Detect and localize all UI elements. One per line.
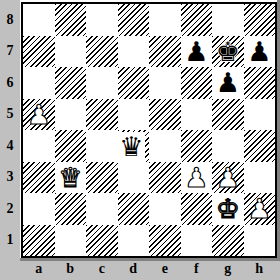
square-a7[interactable] — [23, 36, 55, 68]
square-c6[interactable] — [86, 67, 118, 99]
square-g7[interactable]: ♚ — [212, 36, 244, 68]
square-c8[interactable] — [86, 4, 118, 36]
chess-board: ♟♚♟♟♟♛♛♟♟♚♟ — [23, 4, 275, 256]
piece-black-pawn-f7[interactable]: ♟ — [182, 36, 210, 66]
board-frame: ♟♚♟♟♟♛♛♟♟♚♟ — [20, 0, 280, 261]
file-label-d: d — [118, 259, 150, 279]
square-g1[interactable] — [212, 225, 244, 257]
rank-label-1: 1 — [0, 225, 20, 257]
square-b1[interactable] — [55, 225, 87, 257]
square-b8[interactable] — [55, 4, 87, 36]
square-b4[interactable] — [55, 130, 87, 162]
rank-label-2: 2 — [0, 193, 20, 225]
square-a1[interactable] — [23, 225, 55, 257]
rank-label-7: 7 — [0, 36, 20, 68]
file-label-b: b — [55, 259, 87, 279]
file-label-h: h — [244, 259, 276, 279]
file-label-a: a — [23, 259, 55, 279]
square-e3[interactable] — [149, 162, 181, 194]
square-h2[interactable]: ♟ — [244, 193, 276, 225]
piece-white-pawn-f3[interactable]: ♟ — [182, 162, 210, 192]
square-d8[interactable] — [118, 4, 150, 36]
square-a4[interactable] — [23, 130, 55, 162]
piece-black-pawn-h7[interactable]: ♟ — [245, 36, 273, 66]
square-b2[interactable] — [55, 193, 87, 225]
square-d7[interactable] — [118, 36, 150, 68]
square-b5[interactable] — [55, 99, 87, 131]
square-f5[interactable] — [181, 99, 213, 131]
square-f7[interactable]: ♟ — [181, 36, 213, 68]
square-a2[interactable] — [23, 193, 55, 225]
square-f3[interactable]: ♟ — [181, 162, 213, 194]
square-e1[interactable] — [149, 225, 181, 257]
piece-black-queen-d4[interactable]: ♛ — [117, 132, 145, 162]
square-h5[interactable] — [244, 99, 276, 131]
square-a5[interactable]: ♟ — [23, 99, 55, 131]
square-e6[interactable] — [149, 67, 181, 99]
square-g5[interactable] — [212, 99, 244, 131]
square-g2[interactable]: ♚ — [212, 193, 244, 225]
square-c1[interactable] — [86, 225, 118, 257]
square-e4[interactable] — [149, 130, 181, 162]
square-b7[interactable] — [55, 36, 87, 68]
board-frame-highlight: ♟♚♟♟♟♛♛♟♟♚♟ — [20, 0, 277, 258]
square-h8[interactable] — [244, 4, 276, 36]
square-f8[interactable] — [181, 4, 213, 36]
square-e7[interactable] — [149, 36, 181, 68]
square-g8[interactable] — [212, 4, 244, 36]
piece-white-pawn-a5[interactable]: ♟ — [25, 99, 53, 129]
piece-white-pawn-g3[interactable]: ♟ — [214, 162, 242, 192]
square-c5[interactable] — [86, 99, 118, 131]
square-h3[interactable] — [244, 162, 276, 194]
square-h4[interactable] — [244, 130, 276, 162]
square-h6[interactable] — [244, 67, 276, 99]
rank-label-6: 6 — [0, 67, 20, 99]
square-g3[interactable]: ♟ — [212, 162, 244, 194]
square-f4[interactable] — [181, 130, 213, 162]
square-c7[interactable] — [86, 36, 118, 68]
square-c4[interactable] — [86, 130, 118, 162]
square-f1[interactable] — [181, 225, 213, 257]
square-f2[interactable] — [181, 193, 213, 225]
rank-label-4: 4 — [0, 130, 20, 162]
piece-white-queen-b3[interactable]: ♛ — [56, 162, 84, 192]
file-label-e: e — [149, 259, 181, 279]
square-c3[interactable] — [86, 162, 118, 194]
file-labels: abcdefgh — [23, 259, 275, 279]
piece-white-pawn-h2[interactable]: ♟ — [245, 194, 273, 224]
square-d1[interactable] — [118, 225, 150, 257]
square-a6[interactable] — [23, 67, 55, 99]
square-e8[interactable] — [149, 4, 181, 36]
file-label-g: g — [212, 259, 244, 279]
square-c2[interactable] — [86, 193, 118, 225]
piece-black-king-g7[interactable]: ♚ — [214, 36, 242, 66]
square-g4[interactable] — [212, 130, 244, 162]
board-frame-border: ♟♚♟♟♟♛♛♟♟♚♟ — [21, 2, 277, 258]
square-a8[interactable] — [23, 4, 55, 36]
square-b3[interactable]: ♛ — [55, 162, 87, 194]
piece-black-pawn-g6[interactable]: ♟ — [214, 68, 242, 98]
square-d6[interactable] — [118, 67, 150, 99]
chess-diagram: 87654321 ♟♚♟♟♟♛♛♟♟♚♟ abcdefgh — [0, 0, 280, 280]
rank-labels: 87654321 — [0, 4, 20, 256]
square-d2[interactable] — [118, 193, 150, 225]
square-h7[interactable]: ♟ — [244, 36, 276, 68]
square-e5[interactable] — [149, 99, 181, 131]
square-d4[interactable]: ♛ — [118, 130, 150, 162]
square-d3[interactable] — [118, 162, 150, 194]
rank-label-3: 3 — [0, 162, 20, 194]
rank-label-5: 5 — [0, 99, 20, 131]
file-label-c: c — [86, 259, 118, 279]
square-d5[interactable] — [118, 99, 150, 131]
square-h1[interactable] — [244, 225, 276, 257]
piece-white-king-g2[interactable]: ♚ — [214, 194, 242, 224]
square-b6[interactable] — [55, 67, 87, 99]
square-a3[interactable] — [23, 162, 55, 194]
square-f6[interactable] — [181, 67, 213, 99]
rank-label-8: 8 — [0, 4, 20, 36]
square-e2[interactable] — [149, 193, 181, 225]
square-g6[interactable]: ♟ — [212, 67, 244, 99]
file-label-f: f — [181, 259, 213, 279]
